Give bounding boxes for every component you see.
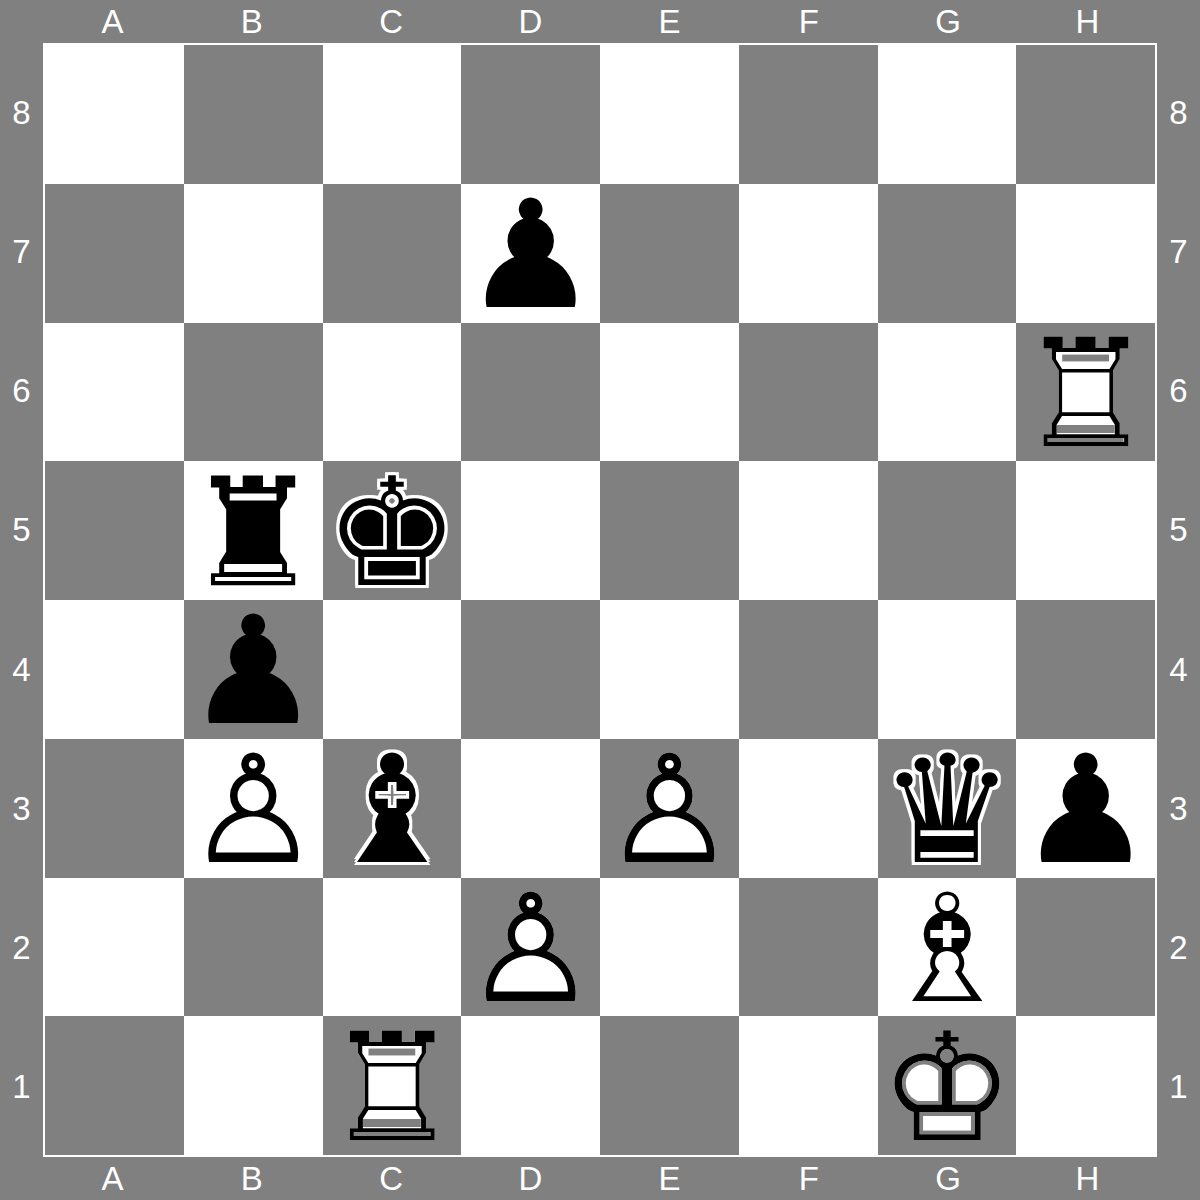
square-c1[interactable]: ♜♖ (323, 1016, 462, 1155)
square-e1[interactable] (600, 1016, 739, 1155)
black-king-c5[interactable]: ♚ (323, 461, 462, 600)
square-c6[interactable] (323, 323, 462, 462)
white-pawn-e3[interactable]: ♟♙ (600, 739, 739, 878)
square-f1[interactable] (739, 1016, 878, 1155)
square-a5[interactable] (45, 461, 184, 600)
rank-labels-left: 87654321 (0, 43, 43, 1157)
square-h4[interactable] (1016, 600, 1155, 739)
square-b3[interactable]: ♟♙ (184, 739, 323, 878)
file-label-d-top: D (461, 0, 600, 43)
rank-label-4-left: 4 (0, 600, 43, 739)
square-h2[interactable] (1016, 878, 1155, 1017)
square-b1[interactable] (184, 1016, 323, 1155)
white-piece-outline-layer: ♙ (184, 739, 323, 878)
square-d7[interactable]: ♟ (461, 184, 600, 323)
square-g8[interactable] (878, 45, 1017, 184)
white-piece-outline-layer: ♙ (600, 739, 739, 878)
file-labels-top: ABCDEFGH (43, 0, 1157, 43)
square-h3[interactable]: ♟ (1016, 739, 1155, 878)
square-a2[interactable] (45, 878, 184, 1017)
square-c8[interactable] (323, 45, 462, 184)
square-f3[interactable] (739, 739, 878, 878)
square-g3[interactable]: ♛ (878, 739, 1017, 878)
rank-label-8-left: 8 (0, 43, 43, 182)
square-b8[interactable] (184, 45, 323, 184)
white-bishop-g2[interactable]: ♝♗ (878, 878, 1017, 1017)
rank-label-2-right: 2 (1157, 879, 1200, 1018)
chess-board-frame: ABCDEFGH ABCDEFGH 87654321 87654321 ♟♜♖♜… (0, 0, 1200, 1200)
white-pawn-d2[interactable]: ♟♙ (461, 878, 600, 1017)
black-pawn-b4[interactable]: ♟ (184, 600, 323, 739)
square-b2[interactable] (184, 878, 323, 1017)
square-g7[interactable] (878, 184, 1017, 323)
square-c7[interactable] (323, 184, 462, 323)
black-piece-glyph: ♟ (1016, 739, 1155, 878)
black-queen-g3[interactable]: ♛ (878, 739, 1017, 878)
square-e5[interactable] (600, 461, 739, 600)
square-h6[interactable]: ♜♖ (1016, 323, 1155, 462)
rank-labels-right: 87654321 (1157, 43, 1200, 1157)
rank-label-5-left: 5 (0, 461, 43, 600)
file-label-a-bottom: A (43, 1157, 182, 1200)
rank-label-3-right: 3 (1157, 739, 1200, 878)
black-piece-glyph: ♚ (323, 461, 462, 600)
square-b6[interactable] (184, 323, 323, 462)
rank-label-7-right: 7 (1157, 182, 1200, 321)
white-king-g1[interactable]: ♚♔ (878, 1016, 1017, 1155)
file-label-e-bottom: E (600, 1157, 739, 1200)
square-f6[interactable] (739, 323, 878, 462)
file-label-d-bottom: D (461, 1157, 600, 1200)
rank-label-6-right: 6 (1157, 322, 1200, 461)
white-piece-outline-layer: ♖ (323, 1016, 462, 1155)
square-h8[interactable] (1016, 45, 1155, 184)
file-label-g-top: G (879, 0, 1018, 43)
file-label-c-top: C (322, 0, 461, 43)
square-a7[interactable] (45, 184, 184, 323)
rank-label-1-left: 1 (0, 1018, 43, 1157)
rank-label-1-right: 1 (1157, 1018, 1200, 1157)
square-a4[interactable] (45, 600, 184, 739)
black-piece-glyph: ♝ (323, 739, 462, 878)
square-g1[interactable]: ♚♔ (878, 1016, 1017, 1155)
rank-label-2-left: 2 (0, 879, 43, 1018)
black-piece-glyph: ♟ (184, 600, 323, 739)
square-g2[interactable]: ♝♗ (878, 878, 1017, 1017)
file-label-f-bottom: F (739, 1157, 878, 1200)
white-rook-h6[interactable]: ♜♖ (1016, 323, 1155, 462)
white-piece-outline-layer: ♖ (1016, 323, 1155, 462)
file-label-f-top: F (739, 0, 878, 43)
square-d6[interactable] (461, 323, 600, 462)
square-a8[interactable] (45, 45, 184, 184)
file-label-a-top: A (43, 0, 182, 43)
rank-label-7-left: 7 (0, 182, 43, 321)
square-b7[interactable] (184, 184, 323, 323)
square-e2[interactable] (600, 878, 739, 1017)
square-d4[interactable] (461, 600, 600, 739)
file-label-h-bottom: H (1018, 1157, 1157, 1200)
rank-label-5-right: 5 (1157, 461, 1200, 600)
square-g6[interactable] (878, 323, 1017, 462)
square-f7[interactable] (739, 184, 878, 323)
black-pawn-h3[interactable]: ♟ (1016, 739, 1155, 878)
rank-label-8-right: 8 (1157, 43, 1200, 182)
square-a1[interactable] (45, 1016, 184, 1155)
white-rook-c1[interactable]: ♜♖ (323, 1016, 462, 1155)
square-a3[interactable] (45, 739, 184, 878)
square-e6[interactable] (600, 323, 739, 462)
white-piece-outline-layer: ♔ (878, 1016, 1017, 1155)
file-label-h-top: H (1018, 0, 1157, 43)
square-d3[interactable] (461, 739, 600, 878)
square-h7[interactable] (1016, 184, 1155, 323)
square-e8[interactable] (600, 45, 739, 184)
black-pawn-d7[interactable]: ♟ (461, 184, 600, 323)
square-f5[interactable] (739, 461, 878, 600)
square-e7[interactable] (600, 184, 739, 323)
white-piece-outline-layer: ♙ (461, 878, 600, 1017)
square-d1[interactable] (461, 1016, 600, 1155)
black-piece-glyph: ♛ (878, 739, 1017, 878)
square-a6[interactable] (45, 323, 184, 462)
square-d8[interactable] (461, 45, 600, 184)
white-pawn-b3[interactable]: ♟♙ (184, 739, 323, 878)
file-label-e-top: E (600, 0, 739, 43)
square-g4[interactable] (878, 600, 1017, 739)
square-f4[interactable] (739, 600, 878, 739)
square-c5[interactable]: ♚ (323, 461, 462, 600)
board-grid: ♟♜♖♜♚♟♟♙♝♟♙♛♟♟♙♝♗♜♖♚♔ (43, 43, 1157, 1157)
rank-label-6-left: 6 (0, 322, 43, 461)
file-label-b-bottom: B (182, 1157, 321, 1200)
square-h1[interactable] (1016, 1016, 1155, 1155)
file-label-b-top: B (182, 0, 321, 43)
white-piece-outline-layer: ♗ (878, 878, 1017, 1017)
black-rook-b5[interactable]: ♜ (184, 461, 323, 600)
black-piece-glyph: ♟ (461, 184, 600, 323)
square-c4[interactable] (323, 600, 462, 739)
black-piece-glyph: ♜ (184, 461, 323, 600)
rank-label-4-right: 4 (1157, 600, 1200, 739)
square-c2[interactable] (323, 878, 462, 1017)
square-d2[interactable]: ♟♙ (461, 878, 600, 1017)
square-f2[interactable] (739, 878, 878, 1017)
square-b5[interactable]: ♜ (184, 461, 323, 600)
square-f8[interactable] (739, 45, 878, 184)
rank-label-3-left: 3 (0, 739, 43, 878)
square-b4[interactable]: ♟ (184, 600, 323, 739)
square-e4[interactable] (600, 600, 739, 739)
square-e3[interactable]: ♟♙ (600, 739, 739, 878)
black-bishop-c3[interactable]: ♝ (323, 739, 462, 878)
square-c3[interactable]: ♝ (323, 739, 462, 878)
square-g5[interactable] (878, 461, 1017, 600)
square-h5[interactable] (1016, 461, 1155, 600)
square-d5[interactable] (461, 461, 600, 600)
